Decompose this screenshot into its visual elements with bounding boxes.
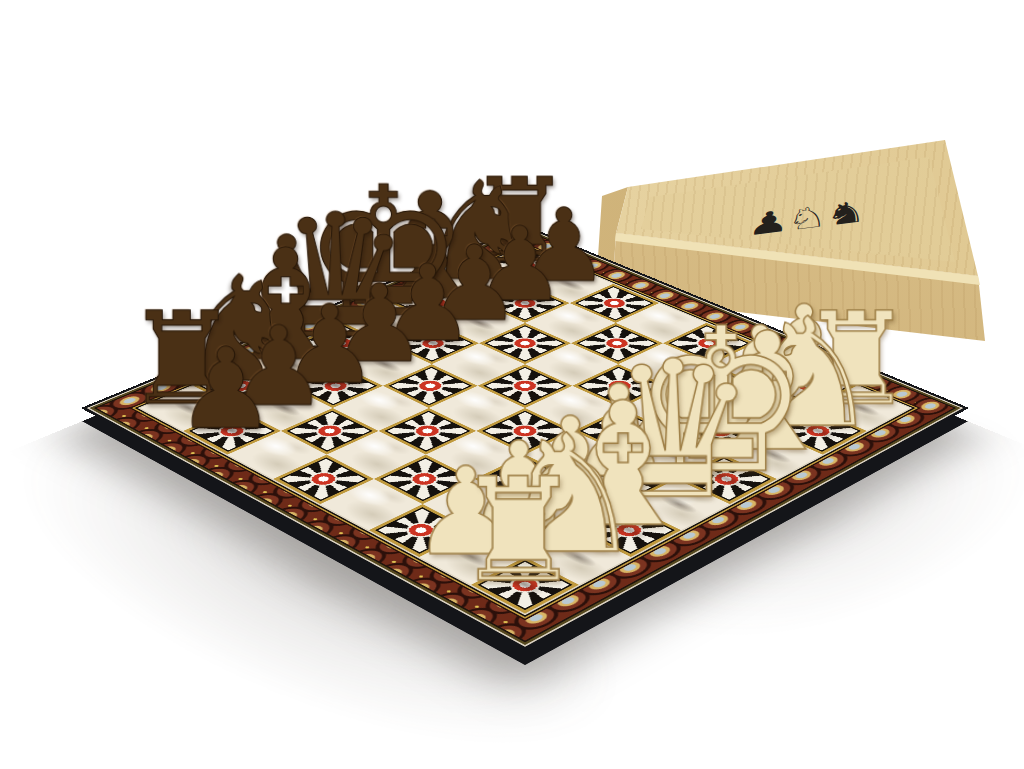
logo-black-pawn-icon: ♟ bbox=[746, 203, 782, 245]
white-rook-glyph: ♜ bbox=[407, 473, 631, 588]
photo-stage: ♟ ♘ ♞ ♜♞♟♝♟♚♟♛♟♝♟♞♟♟♜♟♟♜♟♟♞♟♝♟♚♟♛♟♝♟♞♜ bbox=[0, 0, 1024, 769]
black-pawn-glyph: ♟ bbox=[124, 344, 327, 434]
pieces-layer: ♜♞♟♝♟♚♟♛♟♝♟♞♟♟♜♟♟♜♟♟♞♟♝♟♚♟♛♟♝♟♞♜ bbox=[140, 247, 909, 614]
logo-white-knight-icon: ♘ bbox=[785, 198, 821, 240]
logo-black-knight-icon: ♞ bbox=[824, 193, 860, 235]
chess-board[interactable]: ♜♞♟♝♟♚♟♛♟♝♟♞♟♟♜♟♟♜♟♟♞♟♝♟♚♟♛♟♝♟♞♜ bbox=[81, 225, 969, 650]
